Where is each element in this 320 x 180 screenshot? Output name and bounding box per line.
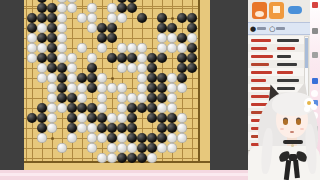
white-stone [27, 53, 37, 63]
white-stone [107, 83, 117, 93]
white-stone [137, 53, 147, 63]
list-item[interactable] [248, 76, 304, 84]
list-item[interactable] [248, 60, 304, 68]
black-stone [147, 133, 157, 143]
black-stone [157, 53, 167, 63]
board-wood-edge-bottom [24, 161, 210, 170]
white-stone [117, 43, 127, 53]
black-stone [147, 83, 157, 93]
black-stone [127, 153, 137, 163]
black-stone [27, 23, 37, 33]
white-stone [37, 133, 47, 143]
white-stone [87, 143, 97, 153]
black-stone [87, 63, 97, 73]
list-item[interactable] [248, 100, 304, 108]
black-stone [57, 93, 67, 103]
white-stone [97, 153, 107, 163]
white-stone [47, 123, 57, 133]
black-stone [177, 73, 187, 83]
white-stone [177, 123, 187, 133]
gray-app-icon[interactable] [312, 126, 318, 132]
black-stone [87, 83, 97, 93]
black-stone [187, 23, 197, 33]
frame-flower-shape [311, 158, 318, 165]
frame-flower-shape [311, 112, 318, 119]
white-stone [37, 43, 47, 53]
white-stone [147, 153, 157, 163]
black-stone [97, 123, 107, 133]
black-stone [47, 23, 57, 33]
black-stone [147, 103, 157, 113]
white-stone [87, 23, 97, 33]
white-stone [167, 33, 177, 43]
white-stone [37, 23, 47, 33]
white-stone [57, 23, 67, 33]
star-point [51, 137, 54, 140]
stream-frame: ● ○ [0, 0, 320, 180]
list-item[interactable] [248, 108, 304, 116]
black-stone [67, 93, 77, 103]
status-text-smudge [262, 158, 284, 161]
mascot-icon[interactable] [252, 2, 267, 19]
white-stone [47, 103, 57, 113]
black-stone [137, 13, 147, 23]
black-stone [187, 63, 197, 73]
white-stone [117, 63, 127, 73]
white-stone [97, 93, 107, 103]
white-stone [107, 3, 117, 13]
black-stone [87, 73, 97, 83]
black-stone [87, 103, 97, 113]
white-stone [97, 133, 107, 143]
white-stone [117, 83, 127, 93]
list-item[interactable] [248, 52, 304, 60]
white-stone [167, 83, 177, 93]
black-stone [127, 133, 137, 143]
white-stone [177, 83, 187, 93]
white-stone [167, 133, 177, 143]
white-stone [87, 13, 97, 23]
black-stone [117, 153, 127, 163]
white-stone [97, 73, 107, 83]
black-stone [117, 53, 127, 63]
white-stone [167, 93, 177, 103]
white-stone [107, 143, 117, 153]
black-stone [47, 53, 57, 63]
black-stone [47, 33, 57, 43]
gray-app-icon[interactable] [312, 28, 318, 34]
white-stone [57, 13, 67, 23]
black-stone [127, 103, 137, 113]
white-stone [87, 123, 97, 133]
list-item[interactable] [248, 140, 304, 148]
white-stone [97, 43, 107, 53]
black-stone [37, 33, 47, 43]
white-stone [127, 93, 137, 103]
black-stone [187, 53, 197, 63]
black-stone [27, 113, 37, 123]
white-stone [167, 73, 177, 83]
black-stone [167, 123, 177, 133]
black-stone [157, 123, 167, 133]
black-stone [97, 113, 107, 123]
white-stone [27, 43, 37, 53]
black-stone [157, 13, 167, 23]
white-stone [77, 123, 87, 133]
frame-flower-shape [311, 90, 318, 97]
white-stone [117, 13, 127, 23]
black-stone [37, 103, 47, 113]
white-stone [137, 83, 147, 93]
black-stone [37, 113, 47, 123]
white-stone [47, 93, 57, 103]
red-app-icon[interactable] [312, 2, 318, 8]
black-stone [107, 123, 117, 133]
black-stone [127, 123, 137, 133]
white-stone [27, 33, 37, 43]
black-stone [67, 123, 77, 133]
white-stone [167, 103, 177, 113]
white-stone [117, 113, 127, 123]
black-stone [157, 133, 167, 143]
live-badge-icon [288, 6, 302, 14]
black-stone [57, 73, 67, 83]
black-stone [97, 23, 107, 33]
white-stone [127, 43, 137, 53]
white-stone [137, 43, 147, 53]
black-stone [157, 93, 167, 103]
scrollbar-thumb[interactable] [305, 38, 308, 68]
star-point [171, 17, 174, 20]
app-logo-icon[interactable] [269, 2, 284, 19]
black-stone [147, 53, 157, 63]
white-stone [67, 83, 77, 93]
white-stone [137, 73, 147, 83]
black-stone [37, 123, 47, 133]
black-stone [177, 13, 187, 23]
black-stone [157, 113, 167, 123]
white-stone [167, 43, 177, 53]
white-stone [77, 13, 87, 23]
white-stone [67, 73, 77, 83]
black-stone [187, 13, 197, 23]
list-item[interactable] [248, 124, 304, 132]
black-stone [127, 3, 137, 13]
black-stone [47, 43, 57, 53]
white-stone [107, 13, 117, 23]
black-stone [157, 83, 167, 93]
list-item[interactable] [248, 92, 304, 100]
list-item[interactable] [248, 44, 304, 52]
white-stone [47, 113, 57, 123]
frame-flower-shape [311, 136, 318, 143]
white-stone [167, 143, 177, 153]
black-stone [117, 3, 127, 13]
white-stone [117, 133, 127, 143]
black-stone [77, 103, 87, 113]
white-stone-icon: ○ [269, 25, 275, 33]
list-item[interactable] [248, 68, 304, 76]
move-list[interactable] [248, 36, 304, 148]
black-stone [37, 53, 47, 63]
black-stone [147, 63, 157, 73]
white-stone [67, 53, 77, 63]
white-stone [37, 73, 47, 83]
board-wood-edge-right [198, 0, 210, 170]
gray-app-icon[interactable] [312, 52, 318, 58]
white-stone [87, 133, 97, 143]
list-item[interactable] [248, 84, 304, 92]
black-stone [27, 13, 37, 23]
white-stone [67, 3, 77, 13]
black-stone [47, 63, 57, 73]
black-stone [107, 53, 117, 63]
white-stone [157, 33, 167, 43]
white-stone [127, 143, 137, 153]
white-stone [137, 63, 147, 73]
white-stone [117, 93, 127, 103]
black-stone [147, 143, 157, 153]
white-stone [77, 83, 87, 93]
black-stone [57, 83, 67, 93]
game-side-panel: ● ○ [248, 0, 310, 170]
black-stone [97, 33, 107, 43]
white-stone [57, 53, 67, 63]
star-point [111, 77, 114, 80]
white-stone [157, 143, 167, 153]
white-stone [107, 153, 117, 163]
black-stone [57, 63, 67, 73]
white-stone [157, 43, 167, 53]
black-stone [47, 3, 57, 13]
black-stone [157, 73, 167, 83]
black-stone [87, 113, 97, 123]
white-stone [67, 63, 77, 73]
list-item[interactable] [248, 132, 304, 140]
black-stone [167, 23, 177, 33]
white-stone [117, 143, 127, 153]
white-stone [117, 103, 127, 113]
black-stone [127, 113, 137, 123]
white-stone [137, 93, 147, 103]
white-stone [127, 63, 137, 73]
black-stone [147, 93, 157, 103]
white-stone [97, 103, 107, 113]
black-stone [177, 63, 187, 73]
list-item[interactable] [248, 36, 304, 44]
white-stone [157, 103, 167, 113]
black-stone [147, 113, 157, 123]
white-stone [57, 3, 67, 13]
black-stone [37, 13, 47, 23]
black-stone [177, 33, 187, 43]
capture-info-bar: ● ○ [248, 22, 310, 35]
white-stone [57, 103, 67, 113]
black-stone [67, 103, 77, 113]
black-stone [67, 113, 77, 123]
black-stone-icon: ● [250, 25, 256, 33]
black-stone [127, 53, 137, 63]
black-stone [37, 3, 47, 13]
black-stone [147, 73, 157, 83]
white-stone [177, 113, 187, 123]
right-overlay-strip [310, 0, 320, 180]
white-stone [87, 3, 97, 13]
black-stone [107, 133, 117, 143]
black-stone [137, 153, 147, 163]
black-stone [137, 143, 147, 153]
pink-frame-bar [0, 170, 320, 180]
white-stone [107, 113, 117, 123]
white-stone [37, 63, 47, 73]
black-stone [157, 23, 167, 33]
black-stone [167, 113, 177, 123]
white-stone [47, 73, 57, 83]
white-stone [77, 43, 87, 53]
blue-app-icon[interactable] [312, 100, 318, 106]
panel-status-bar [248, 150, 310, 171]
blue-app-icon[interactable] [312, 78, 318, 84]
white-stone [97, 83, 107, 93]
white-stone [67, 133, 77, 143]
black-stone [187, 43, 197, 53]
black-stone [177, 53, 187, 63]
white-stone [57, 143, 67, 153]
white-stone [57, 33, 67, 43]
black-stone [77, 73, 87, 83]
black-stone [107, 33, 117, 43]
white-stone [177, 133, 187, 143]
white-stone [77, 113, 87, 123]
white-stone [57, 43, 67, 53]
black-stone [107, 23, 117, 33]
black-stone [117, 123, 127, 133]
white-stone [187, 33, 197, 43]
black-stone [47, 13, 57, 23]
black-stone [137, 103, 147, 113]
go-board[interactable] [24, 0, 210, 170]
black-stone [137, 133, 147, 143]
white-stone [177, 43, 187, 53]
white-stone [47, 83, 57, 93]
white-stone [87, 53, 97, 63]
white-stone [77, 93, 87, 103]
scrollbar[interactable] [304, 36, 309, 148]
status-icon[interactable] [252, 156, 258, 162]
list-item[interactable] [248, 116, 304, 124]
